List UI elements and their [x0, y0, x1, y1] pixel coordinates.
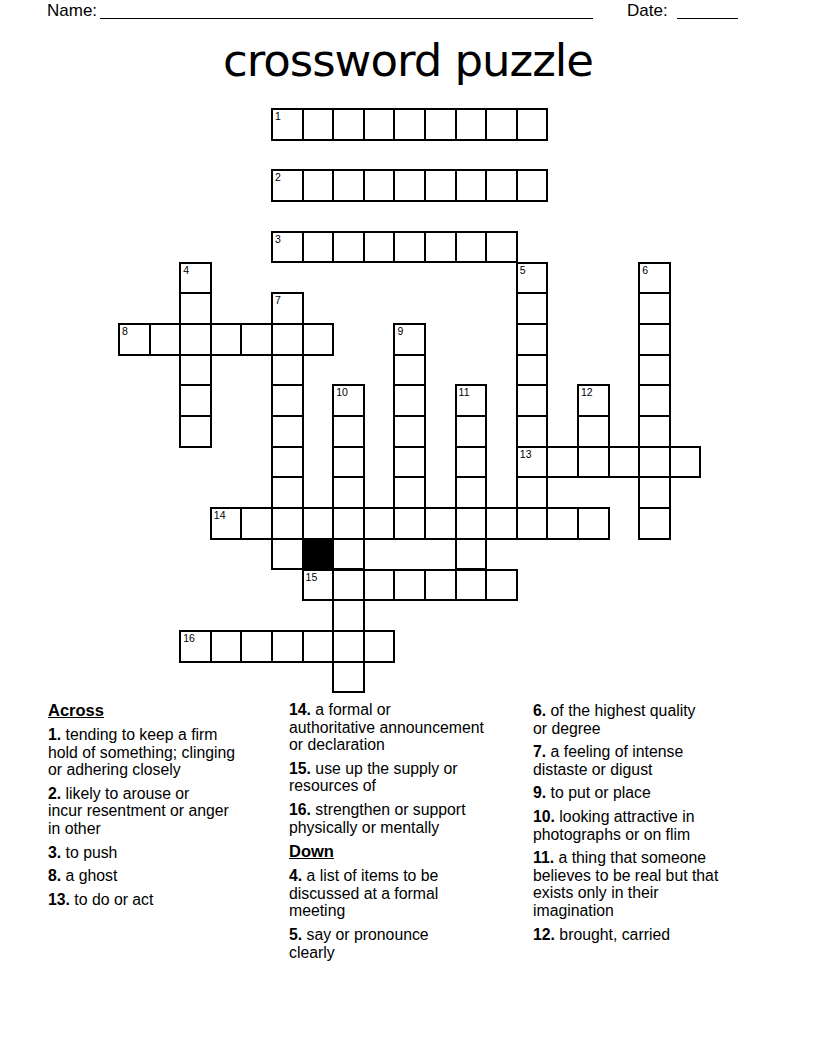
- grid-cell[interactable]: [455, 446, 488, 479]
- grid-cell[interactable]: [546, 446, 579, 479]
- grid-cell[interactable]: [638, 354, 671, 387]
- grid-cell[interactable]: [393, 569, 426, 602]
- grid-cell[interactable]: [485, 108, 518, 141]
- grid-cell[interactable]: 4: [179, 262, 212, 295]
- grid-cell[interactable]: [271, 538, 304, 571]
- clue-number-label: 7.: [533, 743, 546, 760]
- grid-cell[interactable]: [455, 507, 488, 540]
- grid-cell[interactable]: [669, 446, 702, 479]
- grid-cell[interactable]: [393, 169, 426, 202]
- grid-cell[interactable]: [516, 507, 549, 540]
- grid-cell[interactable]: [363, 507, 396, 540]
- grid-cell[interactable]: [363, 569, 396, 602]
- grid-cell[interactable]: [455, 108, 488, 141]
- grid-cell[interactable]: [455, 231, 488, 264]
- grid-cell[interactable]: [363, 630, 396, 663]
- grid-cell[interactable]: 12: [577, 384, 610, 417]
- clue-number-label: 1.: [48, 726, 61, 743]
- grid-cell[interactable]: [455, 569, 488, 602]
- cell-number: 15: [306, 571, 318, 583]
- grid-cell[interactable]: [302, 630, 335, 663]
- clue-number-label: 3.: [48, 844, 61, 861]
- cell-number: 4: [183, 264, 189, 276]
- clue-6: 6. of the highest quality or degree: [533, 702, 775, 737]
- grid-cell[interactable]: [302, 507, 335, 540]
- grid-cell[interactable]: [271, 323, 304, 356]
- clue-number-label: 5.: [289, 926, 302, 943]
- cell-number: 16: [183, 632, 195, 644]
- across-header: Across: [48, 701, 286, 719]
- name-input-line[interactable]: [100, 2, 593, 19]
- clue-number-label: 16.: [289, 801, 311, 818]
- clue-10: 10. looking attractive in photographs or…: [533, 808, 775, 843]
- clue-number-label: 9.: [533, 784, 546, 801]
- grid-cell[interactable]: [271, 354, 304, 387]
- grid-cell[interactable]: 2: [271, 169, 304, 202]
- grid-cell[interactable]: [271, 507, 304, 540]
- clue-4: 4. a list of items to be discussed at a …: [289, 867, 537, 920]
- grid-cell[interactable]: [179, 384, 212, 417]
- grid-cell[interactable]: [240, 507, 273, 540]
- grid-cell[interactable]: [485, 507, 518, 540]
- grid-cell[interactable]: [210, 630, 243, 663]
- clues-column-middle: 14. a formal or authoritative announceme…: [289, 701, 537, 967]
- clue-number-label: 10.: [533, 808, 555, 825]
- grid-cell[interactable]: [638, 476, 671, 509]
- grid-cell[interactable]: [210, 323, 243, 356]
- cell-number: 11: [459, 386, 470, 398]
- cell-number: 8: [122, 325, 128, 337]
- clue-number-label: 11.: [533, 849, 554, 866]
- clue-12: 12. brought, carried: [533, 926, 775, 944]
- clue-15: 15. use up the supply or resources of: [289, 760, 537, 795]
- clue-text: to push: [61, 844, 117, 861]
- clue-number-label: 8.: [48, 867, 61, 884]
- grid-cell[interactable]: [638, 323, 671, 356]
- grid-cell[interactable]: [577, 507, 610, 540]
- crossword-grid: 12345678910111213141516: [118, 108, 702, 694]
- grid-cell[interactable]: [516, 476, 549, 509]
- grid-cell[interactable]: 8: [118, 323, 151, 356]
- clue-number-label: 15.: [289, 760, 311, 777]
- grid-cell[interactable]: 16: [179, 630, 212, 663]
- cell-number: 13: [520, 448, 532, 460]
- clue-1: 1. tending to keep a firm hold of someth…: [48, 726, 286, 779]
- grid-cell[interactable]: [638, 384, 671, 417]
- grid-cell[interactable]: 7: [271, 292, 304, 325]
- clue-number-label: 12.: [533, 926, 555, 943]
- name-label: Name:: [47, 1, 97, 21]
- grid-cell[interactable]: [302, 169, 335, 202]
- grid-cell[interactable]: [485, 169, 518, 202]
- cell-number: 9: [397, 325, 403, 337]
- grid-cell[interactable]: [516, 384, 549, 417]
- grid-cell[interactable]: [516, 354, 549, 387]
- cell-number: 6: [642, 264, 648, 276]
- grid-cell[interactable]: [332, 108, 365, 141]
- clue-text: a formal or authoritative announcement o…: [289, 701, 484, 753]
- grid-cell[interactable]: [332, 599, 365, 632]
- clue-text: a ghost: [61, 867, 117, 884]
- grid-cell[interactable]: [485, 231, 518, 264]
- grid-cell[interactable]: [332, 169, 365, 202]
- grid-cell[interactable]: [516, 323, 549, 356]
- grid-cell[interactable]: [393, 415, 426, 448]
- grid-cell[interactable]: [271, 630, 304, 663]
- grid-cell[interactable]: [485, 569, 518, 602]
- clue-text: to put or place: [546, 784, 651, 801]
- grid-cell[interactable]: [179, 354, 212, 387]
- grid-cell[interactable]: 14: [210, 507, 243, 540]
- grid-cell[interactable]: 15: [302, 569, 335, 602]
- date-input-line[interactable]: [677, 2, 738, 19]
- grid-cell[interactable]: [638, 415, 671, 448]
- grid-cell[interactable]: [332, 446, 365, 479]
- grid-cell[interactable]: [332, 231, 365, 264]
- grid-cell[interactable]: [516, 169, 549, 202]
- clue-number-label: 2.: [48, 785, 61, 802]
- cell-number: 3: [275, 233, 281, 245]
- clue-9: 9. to put or place: [533, 784, 775, 802]
- clue-8: 8. a ghost: [48, 867, 286, 885]
- grid-cell[interactable]: [179, 323, 212, 356]
- clue-text: strengthen or support physically or ment…: [289, 801, 466, 836]
- clue-text: say or pronounce clearly: [289, 926, 429, 961]
- grid-cell[interactable]: [302, 108, 335, 141]
- clue-7: 7. a feeling of intense distaste or digu…: [533, 743, 775, 778]
- grid-cell[interactable]: [455, 169, 488, 202]
- clue-text: looking attractive in photographs or on …: [533, 808, 695, 843]
- clue-text: likely to arouse or incur resentment or …: [48, 785, 229, 837]
- clue-number-label: 4.: [289, 867, 302, 884]
- clue-number-label: 14.: [289, 701, 311, 718]
- grid-cell[interactable]: [363, 231, 396, 264]
- clue-text: a thing that someone believes to be real…: [533, 849, 718, 919]
- grid-cell[interactable]: [393, 384, 426, 417]
- grid-cell[interactable]: [393, 476, 426, 509]
- clue-text: use up the supply or resources of: [289, 760, 458, 795]
- grid-cell[interactable]: [363, 108, 396, 141]
- grid-cell[interactable]: [271, 415, 304, 448]
- grid-cell[interactable]: [332, 538, 365, 571]
- clue-number-label: 6.: [533, 702, 546, 719]
- grid-cell[interactable]: [638, 446, 671, 479]
- grid-cell[interactable]: [271, 446, 304, 479]
- date-label: Date:: [627, 1, 668, 21]
- clue-13: 13. to do or act: [48, 891, 286, 909]
- grid-cell[interactable]: [332, 415, 365, 448]
- grid-cell[interactable]: [424, 108, 457, 141]
- grid-cell[interactable]: [240, 323, 273, 356]
- clue-text: of the highest quality or degree: [533, 702, 695, 737]
- grid-cell[interactable]: [332, 569, 365, 602]
- grid-cell[interactable]: [271, 476, 304, 509]
- grid-cell[interactable]: [393, 231, 426, 264]
- grid-cell[interactable]: [393, 354, 426, 387]
- grid-cell[interactable]: [638, 292, 671, 325]
- clue-text: a feeling of intense distaste or digust: [533, 743, 683, 778]
- cell-number: 2: [275, 171, 281, 183]
- cell-number: 1: [275, 110, 281, 122]
- grid-cell[interactable]: [455, 538, 488, 571]
- grid-cell[interactable]: [516, 292, 549, 325]
- grid-cell[interactable]: 1: [271, 108, 304, 141]
- clue-text: tending to keep a firm hold of something…: [48, 726, 235, 778]
- grid-cell[interactable]: [638, 507, 671, 540]
- grid-cell[interactable]: [424, 231, 457, 264]
- grid-cell[interactable]: [516, 108, 549, 141]
- cell-number: 10: [336, 386, 348, 398]
- clue-11: 11. a thing that someone believes to be …: [533, 849, 775, 919]
- grid-cell[interactable]: 9: [393, 323, 426, 356]
- down-header: Down: [289, 842, 537, 860]
- grid-cell[interactable]: [424, 507, 457, 540]
- grid-cell[interactable]: [393, 108, 426, 141]
- grid-cell[interactable]: [424, 569, 457, 602]
- clue-number-label: 13.: [48, 891, 70, 908]
- blocked-cell: [302, 538, 335, 571]
- grid-cell[interactable]: [240, 630, 273, 663]
- clue-14: 14. a formal or authoritative announceme…: [289, 701, 537, 754]
- grid-cell[interactable]: [332, 661, 365, 694]
- grid-cell[interactable]: [179, 292, 212, 325]
- grid-cell[interactable]: [332, 476, 365, 509]
- grid-cell[interactable]: [455, 476, 488, 509]
- clue-3: 3. to push: [48, 844, 286, 862]
- grid-cell[interactable]: [393, 507, 426, 540]
- clues-column-right: 6. of the highest quality or degree7. a …: [533, 702, 775, 949]
- grid-cell[interactable]: [577, 415, 610, 448]
- grid-cell[interactable]: [332, 507, 365, 540]
- cell-number: 12: [581, 386, 593, 398]
- grid-cell[interactable]: [271, 384, 304, 417]
- cell-number: 5: [520, 264, 526, 276]
- clue-5: 5. say or pronounce clearly: [289, 926, 537, 961]
- grid-cell[interactable]: 13: [516, 446, 549, 479]
- clue-2: 2. likely to arouse or incur resentment …: [48, 785, 286, 838]
- cell-number: 14: [214, 509, 226, 521]
- grid-cell[interactable]: 6: [638, 262, 671, 295]
- worksheet-title: crossword puzzle: [0, 34, 816, 87]
- grid-cell[interactable]: 11: [455, 384, 488, 417]
- grid-cell[interactable]: [393, 446, 426, 479]
- grid-cell[interactable]: [179, 415, 212, 448]
- grid-cell[interactable]: 5: [516, 262, 549, 295]
- grid-cell[interactable]: [332, 630, 365, 663]
- grid-cell[interactable]: [302, 231, 335, 264]
- grid-cell[interactable]: [455, 415, 488, 448]
- grid-cell[interactable]: [302, 323, 335, 356]
- grid-cell[interactable]: [424, 169, 457, 202]
- grid-cell[interactable]: [363, 169, 396, 202]
- clue-text: to do or act: [70, 891, 153, 908]
- grid-cell[interactable]: 10: [332, 384, 365, 417]
- grid-cell[interactable]: [149, 323, 182, 356]
- grid-cell[interactable]: [608, 446, 641, 479]
- crossword-worksheet-page: Name: Date: crossword puzzle 12345678910…: [0, 0, 816, 1056]
- clue-16: 16. strengthen or support physically or …: [289, 801, 537, 836]
- grid-cell[interactable]: 3: [271, 231, 304, 264]
- clues-column-left: Across1. tending to keep a firm hold of …: [48, 701, 286, 914]
- clue-text: a list of items to be discussed at a for…: [289, 867, 438, 919]
- grid-cell[interactable]: [516, 415, 549, 448]
- grid-cell[interactable]: [577, 446, 610, 479]
- cell-number: 7: [275, 294, 281, 306]
- grid-cell[interactable]: [546, 507, 579, 540]
- clue-text: brought, carried: [555, 926, 670, 943]
